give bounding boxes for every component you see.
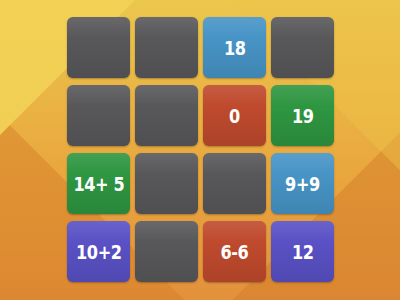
tile-r1c4[interactable] (271, 17, 334, 78)
tile-r4c4[interactable]: 12 (271, 221, 334, 282)
tile-label: 14+ 5 (73, 173, 124, 195)
tile-r1c1[interactable] (67, 17, 130, 78)
tile-label: 12 (292, 241, 314, 263)
tile-r2c1[interactable] (67, 85, 130, 146)
tile-label: 9+9 (285, 173, 320, 195)
tile-r2c4[interactable]: 19 (271, 85, 334, 146)
tile-label: 19 (292, 105, 314, 127)
tile-r2c2[interactable] (135, 85, 198, 146)
tile-r4c3[interactable]: 6-6 (203, 221, 266, 282)
tile-r1c3[interactable]: 18 (203, 17, 266, 78)
tile-r1c2[interactable] (135, 17, 198, 78)
tile-r3c1[interactable]: 14+ 5 (67, 153, 130, 214)
tile-r2c3[interactable]: 0 (203, 85, 266, 146)
tile-label: 0 (229, 105, 240, 127)
tile-r4c1[interactable]: 10+2 (67, 221, 130, 282)
game-background: 1801914+ 59+910+26-612 (0, 0, 400, 300)
tile-r3c4[interactable]: 9+9 (271, 153, 334, 214)
tile-r4c2[interactable] (135, 221, 198, 282)
tile-label: 6-6 (221, 241, 249, 263)
tile-label: 10+2 (76, 241, 122, 263)
tile-label: 18 (224, 37, 246, 59)
tile-r3c3[interactable] (203, 153, 266, 214)
memory-grid: 1801914+ 59+910+26-612 (67, 17, 334, 282)
tile-r3c2[interactable] (135, 153, 198, 214)
